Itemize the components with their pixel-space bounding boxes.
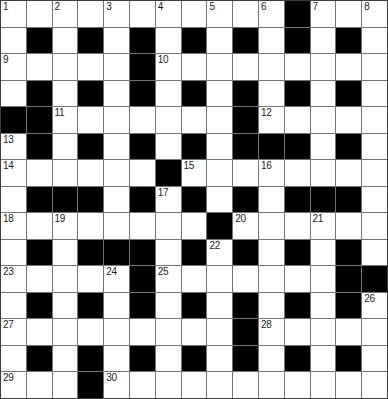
cell-r6c2[interactable] — [53, 160, 78, 186]
block-cell-r12c9 — [233, 319, 258, 345]
cell-r2c9[interactable] — [233, 54, 258, 80]
cell-r9c10[interactable] — [259, 240, 284, 266]
cell-r5c0[interactable]: 13 — [1, 134, 26, 160]
cell-r8c5[interactable] — [130, 213, 155, 239]
cell-r14c2[interactable] — [53, 372, 78, 398]
block-cell-r2c5 — [130, 54, 155, 80]
cell-r9c12[interactable] — [311, 240, 336, 266]
cell-r8c0[interactable]: 18 — [1, 213, 26, 239]
cell-r6c10[interactable]: 16 — [259, 160, 284, 186]
block-cell-r5c7 — [182, 134, 207, 160]
cell-r2c6[interactable]: 10 — [156, 54, 181, 80]
cell-r10c4[interactable]: 24 — [104, 266, 129, 292]
cell-r11c12[interactable] — [311, 293, 336, 319]
cell-r4c2[interactable]: 11 — [53, 107, 78, 133]
cell-r4c13[interactable] — [336, 107, 361, 133]
cell-r12c8[interactable] — [207, 319, 232, 345]
cell-r6c13[interactable] — [336, 160, 361, 186]
block-cell-r5c13 — [336, 134, 361, 160]
clue-number-1: 1 — [3, 1, 8, 12]
cell-r4c5[interactable] — [130, 107, 155, 133]
block-cell-r5c10 — [259, 134, 284, 160]
cell-r14c10[interactable] — [259, 372, 284, 398]
cell-r5c2[interactable] — [53, 134, 78, 160]
cell-r6c12[interactable] — [311, 160, 336, 186]
cell-r12c7[interactable] — [182, 319, 207, 345]
cell-r13c6[interactable] — [156, 346, 181, 372]
cell-r11c14[interactable]: 26 — [362, 293, 387, 319]
block-cell-r3c5 — [130, 81, 155, 107]
cell-r10c10[interactable] — [259, 266, 284, 292]
block-cell-r1c7 — [182, 28, 207, 54]
block-cell-r1c1 — [27, 28, 52, 54]
cell-r14c8[interactable] — [207, 372, 232, 398]
block-cell-r3c9 — [233, 81, 258, 107]
clue-number-30: 30 — [106, 372, 117, 383]
cell-r12c13[interactable] — [336, 319, 361, 345]
clue-number-5: 5 — [209, 1, 214, 12]
block-cell-r4c0 — [1, 107, 26, 133]
block-cell-r0c11 — [285, 1, 310, 27]
cell-r6c8[interactable] — [207, 160, 232, 186]
block-cell-r13c5 — [130, 346, 155, 372]
clue-number-3: 3 — [106, 1, 111, 12]
clue-number-10: 10 — [158, 54, 169, 65]
cell-r7c6[interactable]: 17 — [156, 187, 181, 213]
clue-number-14: 14 — [3, 160, 14, 171]
block-cell-r1c13 — [336, 28, 361, 54]
cell-r5c14[interactable] — [362, 134, 387, 160]
block-cell-r3c1 — [27, 81, 52, 107]
clue-number-2: 2 — [55, 1, 60, 12]
cell-r6c11[interactable] — [285, 160, 310, 186]
cell-r4c10[interactable]: 12 — [259, 107, 284, 133]
cell-r12c2[interactable] — [53, 319, 78, 345]
clue-number-28: 28 — [261, 319, 272, 330]
cell-r7c4[interactable] — [104, 187, 129, 213]
cell-r9c0[interactable] — [1, 240, 26, 266]
clue-number-15: 15 — [184, 160, 195, 171]
cell-r2c8[interactable] — [207, 54, 232, 80]
block-cell-r10c13 — [336, 266, 361, 292]
clue-number-29: 29 — [3, 372, 14, 383]
cell-r4c4[interactable] — [104, 107, 129, 133]
cell-r9c2[interactable] — [53, 240, 78, 266]
cell-r14c6[interactable] — [156, 372, 181, 398]
cell-r14c11[interactable] — [285, 372, 310, 398]
cell-r11c6[interactable] — [156, 293, 181, 319]
cell-r8c7[interactable] — [182, 213, 207, 239]
cell-r1c4[interactable] — [104, 28, 129, 54]
cell-r0c4[interactable]: 3 — [104, 1, 129, 27]
crossword-board: 1234567891011121314151617181920212223242… — [0, 0, 388, 399]
cell-r1c10[interactable] — [259, 28, 284, 54]
cell-r10c11[interactable] — [285, 266, 310, 292]
clue-number-11: 11 — [55, 107, 65, 118]
cell-r0c9[interactable] — [233, 1, 258, 27]
cell-r8c6[interactable] — [156, 213, 181, 239]
cell-r2c11[interactable] — [285, 54, 310, 80]
block-cell-r1c11 — [285, 28, 310, 54]
cell-r3c0[interactable] — [1, 81, 26, 107]
cell-r13c10[interactable] — [259, 346, 284, 372]
clue-number-17: 17 — [158, 187, 169, 198]
cell-r2c3[interactable] — [78, 54, 103, 80]
cell-r10c6[interactable]: 25 — [156, 266, 181, 292]
block-cell-r5c11 — [285, 134, 310, 160]
block-cell-r9c3 — [78, 240, 103, 266]
cell-r2c2[interactable] — [53, 54, 78, 80]
block-cell-r4c1 — [27, 107, 52, 133]
clue-number-7: 7 — [313, 1, 318, 12]
cell-r0c5[interactable] — [130, 1, 155, 27]
block-cell-r7c12 — [311, 187, 336, 213]
block-cell-r11c11 — [285, 293, 310, 319]
cell-r4c7[interactable] — [182, 107, 207, 133]
cell-r10c9[interactable] — [233, 266, 258, 292]
block-cell-r13c13 — [336, 346, 361, 372]
cell-r11c8[interactable] — [207, 293, 232, 319]
cell-r1c6[interactable] — [156, 28, 181, 54]
cell-r3c4[interactable] — [104, 81, 129, 107]
block-cell-r7c3 — [78, 187, 103, 213]
block-cell-r9c11 — [285, 240, 310, 266]
cell-r14c5[interactable] — [130, 372, 155, 398]
block-cell-r3c13 — [336, 81, 361, 107]
cell-r2c14[interactable] — [362, 54, 387, 80]
cell-r11c4[interactable] — [104, 293, 129, 319]
cell-r8c4[interactable] — [104, 213, 129, 239]
cell-r5c12[interactable] — [311, 134, 336, 160]
cell-r10c8[interactable] — [207, 266, 232, 292]
cell-r12c11[interactable] — [285, 319, 310, 345]
cell-r0c2[interactable]: 2 — [53, 1, 78, 27]
cell-r10c0[interactable]: 23 — [1, 266, 26, 292]
clue-number-22: 22 — [209, 240, 220, 251]
cell-r2c0[interactable]: 9 — [1, 54, 26, 80]
cell-r11c10[interactable] — [259, 293, 284, 319]
cell-r8c12[interactable]: 21 — [311, 213, 336, 239]
cell-r0c14[interactable]: 8 — [362, 1, 387, 27]
block-cell-r1c9 — [233, 28, 258, 54]
cell-r8c2[interactable]: 19 — [53, 213, 78, 239]
cell-r0c0[interactable]: 1 — [1, 1, 26, 27]
cell-r8c11[interactable] — [285, 213, 310, 239]
clue-number-18: 18 — [3, 213, 14, 224]
block-cell-r9c13 — [336, 240, 361, 266]
cell-r4c6[interactable] — [156, 107, 181, 133]
cell-r0c6[interactable]: 4 — [156, 1, 181, 27]
block-cell-r9c9 — [233, 240, 258, 266]
cell-r13c14[interactable] — [362, 346, 387, 372]
cell-r6c5[interactable] — [130, 160, 155, 186]
cell-r14c0[interactable]: 29 — [1, 372, 26, 398]
block-cell-r9c1 — [27, 240, 52, 266]
cell-r13c4[interactable] — [104, 346, 129, 372]
cell-r2c7[interactable] — [182, 54, 207, 80]
cell-r6c0[interactable]: 14 — [1, 160, 26, 186]
cell-r6c7[interactable]: 15 — [182, 160, 207, 186]
cell-r6c9[interactable] — [233, 160, 258, 186]
clue-number-6: 6 — [261, 1, 266, 12]
block-cell-r9c5 — [130, 240, 155, 266]
clue-number-9: 9 — [3, 54, 8, 65]
cell-r14c4[interactable]: 30 — [104, 372, 129, 398]
block-cell-r11c5 — [130, 293, 155, 319]
cell-r0c10[interactable]: 6 — [259, 1, 284, 27]
cell-r2c12[interactable] — [311, 54, 336, 80]
cell-r5c8[interactable] — [207, 134, 232, 160]
cell-r10c3[interactable] — [78, 266, 103, 292]
block-cell-r1c3 — [78, 28, 103, 54]
cell-r13c0[interactable] — [1, 346, 26, 372]
block-cell-r6c6 — [156, 160, 181, 186]
block-cell-r7c2 — [53, 187, 78, 213]
cell-r4c12[interactable] — [311, 107, 336, 133]
cell-r7c10[interactable] — [259, 187, 284, 213]
cell-r2c13[interactable] — [336, 54, 361, 80]
block-cell-r7c7 — [182, 187, 207, 213]
cell-r10c7[interactable] — [182, 266, 207, 292]
clue-number-23: 23 — [3, 266, 14, 277]
cell-r12c0[interactable]: 27 — [1, 319, 26, 345]
cell-r5c4[interactable] — [104, 134, 129, 160]
cell-r14c1[interactable] — [27, 372, 52, 398]
cell-r4c11[interactable] — [285, 107, 310, 133]
cell-r6c3[interactable] — [78, 160, 103, 186]
cell-r4c14[interactable] — [362, 107, 387, 133]
block-cell-r11c13 — [336, 293, 361, 319]
clue-number-20: 20 — [235, 213, 246, 224]
block-cell-r5c9 — [233, 134, 258, 160]
cell-r13c12[interactable] — [311, 346, 336, 372]
cell-r13c2[interactable] — [53, 346, 78, 372]
block-cell-r11c7 — [182, 293, 207, 319]
cell-r7c0[interactable] — [1, 187, 26, 213]
clue-number-25: 25 — [158, 266, 169, 277]
cell-r0c3[interactable] — [78, 1, 103, 27]
clue-number-24: 24 — [106, 266, 117, 277]
cell-r12c3[interactable] — [78, 319, 103, 345]
block-cell-r13c1 — [27, 346, 52, 372]
block-cell-r14c3 — [78, 372, 103, 398]
block-cell-r9c4 — [104, 240, 129, 266]
clue-number-16: 16 — [261, 160, 272, 171]
cell-r4c3[interactable] — [78, 107, 103, 133]
cell-r14c9[interactable] — [233, 372, 258, 398]
cell-r4c8[interactable] — [207, 107, 232, 133]
cell-r3c2[interactable] — [53, 81, 78, 107]
cell-r14c12[interactable] — [311, 372, 336, 398]
cell-r10c1[interactable] — [27, 266, 52, 292]
block-cell-r5c3 — [78, 134, 103, 160]
cell-r3c14[interactable] — [362, 81, 387, 107]
block-cell-r4c9 — [233, 107, 258, 133]
cell-r6c4[interactable] — [104, 160, 129, 186]
cell-r10c12[interactable] — [311, 266, 336, 292]
block-cell-r10c14 — [362, 266, 387, 292]
block-cell-r11c9 — [233, 293, 258, 319]
clue-number-19: 19 — [55, 213, 66, 224]
clue-number-4: 4 — [158, 1, 163, 12]
cell-r13c8[interactable] — [207, 346, 232, 372]
block-cell-r13c11 — [285, 346, 310, 372]
cell-r3c12[interactable] — [311, 81, 336, 107]
block-cell-r7c5 — [130, 187, 155, 213]
block-cell-r7c11 — [285, 187, 310, 213]
cell-r11c2[interactable] — [53, 293, 78, 319]
cell-r12c10[interactable]: 28 — [259, 319, 284, 345]
clue-number-12: 12 — [261, 107, 272, 118]
clue-number-13: 13 — [3, 134, 14, 145]
block-cell-r10c5 — [130, 266, 155, 292]
cell-r10c2[interactable] — [53, 266, 78, 292]
cell-r14c14[interactable] — [362, 372, 387, 398]
block-cell-r3c3 — [78, 81, 103, 107]
cell-r0c12[interactable]: 7 — [311, 1, 336, 27]
block-cell-r11c3 — [78, 293, 103, 319]
cell-r7c14[interactable] — [362, 187, 387, 213]
cell-r12c14[interactable] — [362, 319, 387, 345]
block-cell-r7c9 — [233, 187, 258, 213]
cell-r6c1[interactable] — [27, 160, 52, 186]
cell-r7c8[interactable] — [207, 187, 232, 213]
clue-number-8: 8 — [364, 1, 369, 12]
cell-r3c8[interactable] — [207, 81, 232, 107]
cell-r9c6[interactable] — [156, 240, 181, 266]
cell-r0c1[interactable] — [27, 1, 52, 27]
clue-number-26: 26 — [364, 293, 375, 304]
block-cell-r13c3 — [78, 346, 103, 372]
cell-r2c1[interactable] — [27, 54, 52, 80]
cell-r12c12[interactable] — [311, 319, 336, 345]
block-cell-r3c7 — [182, 81, 207, 107]
block-cell-r7c13 — [336, 187, 361, 213]
cell-r12c4[interactable] — [104, 319, 129, 345]
cell-r12c6[interactable] — [156, 319, 181, 345]
cell-r0c8[interactable]: 5 — [207, 1, 232, 27]
cell-r8c3[interactable] — [78, 213, 103, 239]
cell-r12c5[interactable] — [130, 319, 155, 345]
cell-r1c2[interactable] — [53, 28, 78, 54]
cell-r11c0[interactable] — [1, 293, 26, 319]
cell-r9c14[interactable] — [362, 240, 387, 266]
block-cell-r13c7 — [182, 346, 207, 372]
clue-number-27: 27 — [3, 319, 14, 330]
clue-number-21: 21 — [313, 213, 324, 224]
block-cell-r5c5 — [130, 134, 155, 160]
cell-r0c13[interactable] — [336, 1, 361, 27]
cell-r2c4[interactable] — [104, 54, 129, 80]
cell-r5c6[interactable] — [156, 134, 181, 160]
cell-r8c1[interactable] — [27, 213, 52, 239]
cell-r3c6[interactable] — [156, 81, 181, 107]
block-cell-r3c11 — [285, 81, 310, 107]
cell-r14c13[interactable] — [336, 372, 361, 398]
cell-r2c10[interactable] — [259, 54, 284, 80]
crossword-puzzle: 1234567891011121314151617181920212223242… — [0, 0, 388, 399]
block-cell-r8c8 — [207, 213, 232, 239]
cell-r0c7[interactable] — [182, 1, 207, 27]
block-cell-r9c7 — [182, 240, 207, 266]
cell-r9c8[interactable]: 22 — [207, 240, 232, 266]
cell-r8c14[interactable] — [362, 213, 387, 239]
cell-r14c7[interactable] — [182, 372, 207, 398]
cell-r1c14[interactable] — [362, 28, 387, 54]
block-cell-r5c1 — [27, 134, 52, 160]
cell-r8c9[interactable]: 20 — [233, 213, 258, 239]
cell-r1c8[interactable] — [207, 28, 232, 54]
cell-r1c0[interactable] — [1, 28, 26, 54]
block-cell-r1c5 — [130, 28, 155, 54]
cell-r12c1[interactable] — [27, 319, 52, 345]
block-cell-r7c1 — [27, 187, 52, 213]
block-cell-r11c1 — [27, 293, 52, 319]
cell-r3c10[interactable] — [259, 81, 284, 107]
cell-r8c10[interactable] — [259, 213, 284, 239]
cell-r6c14[interactable] — [362, 160, 387, 186]
block-cell-r13c9 — [233, 346, 258, 372]
cell-r8c13[interactable] — [336, 213, 361, 239]
cell-r1c12[interactable] — [311, 28, 336, 54]
